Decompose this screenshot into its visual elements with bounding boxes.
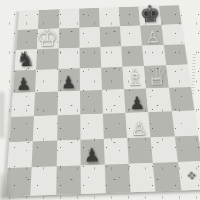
square-d7[interactable]: [79, 27, 100, 48]
square-e2[interactable]: [104, 138, 129, 165]
square-g3[interactable]: [149, 111, 175, 137]
white-bishop-f5[interactable]: ♗: [125, 68, 145, 90]
square-e5[interactable]: [101, 67, 124, 90]
square-f1[interactable]: [129, 163, 156, 192]
square-b4[interactable]: [34, 92, 57, 116]
square-b2[interactable]: [32, 140, 57, 167]
square-g7[interactable]: ♙: [141, 25, 164, 46]
square-c4[interactable]: [57, 91, 80, 115]
board-maker-logo-icon: ❖: [186, 170, 199, 182]
square-a2[interactable]: [8, 141, 33, 168]
square-g5[interactable]: ♕: [144, 66, 168, 89]
photo-corner-smudge: [0, 174, 14, 200]
square-e8[interactable]: [99, 7, 120, 27]
square-e6[interactable]: [100, 46, 122, 68]
square-d1[interactable]: [81, 165, 106, 194]
board-scene: ♚♔♙♞♟♟♗♕♟♙♟❖: [0, 0, 200, 200]
white-king-b7[interactable]: ♔: [37, 25, 59, 49]
square-h3[interactable]: [172, 110, 199, 136]
square-g2[interactable]: [151, 136, 178, 163]
square-h8[interactable]: [159, 5, 182, 25]
square-d8[interactable]: [79, 8, 100, 28]
square-e1[interactable]: [105, 164, 131, 193]
photo-frame: ♚♔♙♞♟♟♗♕♟♙♟❖: [0, 0, 200, 200]
black-pawn-d2[interactable]: ♟: [84, 147, 101, 166]
square-h5[interactable]: [166, 65, 191, 88]
square-c8[interactable]: [59, 9, 79, 29]
black-knight-a6[interactable]: ♞: [16, 50, 35, 71]
white-queen-g5[interactable]: ♕: [145, 63, 168, 89]
square-b5[interactable]: [35, 69, 58, 92]
square-d6[interactable]: [79, 47, 101, 69]
square-a5[interactable]: ♟: [13, 70, 36, 93]
square-c7[interactable]: [58, 28, 79, 49]
chess-board: ♚♔♙♞♟♟♗♕♟♙♟❖: [6, 5, 200, 196]
square-g8[interactable]: ♚: [139, 6, 161, 26]
square-a6[interactable]: ♞: [15, 49, 38, 71]
square-c6[interactable]: [58, 48, 80, 70]
square-g1[interactable]: [153, 162, 181, 191]
square-a4[interactable]: [11, 92, 35, 116]
black-pawn-f4[interactable]: ♟: [129, 95, 145, 113]
black-pawn-c5[interactable]: ♟: [61, 74, 77, 91]
square-c1[interactable]: [56, 166, 81, 195]
square-b1[interactable]: [31, 167, 57, 196]
square-f5[interactable]: ♗: [123, 66, 147, 89]
white-pawn-g7[interactable]: ♙: [145, 29, 160, 46]
square-a7[interactable]: [16, 29, 38, 50]
black-king-g8[interactable]: ♚: [140, 2, 161, 26]
black-pawn-a5[interactable]: ♟: [16, 76, 32, 93]
square-c5[interactable]: ♟: [58, 69, 80, 92]
square-b3[interactable]: [33, 115, 57, 141]
square-d5[interactable]: [80, 68, 102, 91]
square-d3[interactable]: [80, 114, 104, 140]
square-e7[interactable]: [100, 26, 122, 47]
square-d4[interactable]: [80, 90, 103, 114]
square-c2[interactable]: [56, 139, 80, 166]
square-e4[interactable]: [102, 89, 126, 113]
square-b7[interactable]: ♔: [37, 28, 59, 49]
square-h2[interactable]: [175, 135, 200, 162]
square-b6[interactable]: [36, 48, 58, 70]
square-f7[interactable]: [120, 25, 142, 46]
white-pawn-f3[interactable]: ♙: [130, 119, 147, 138]
square-f3[interactable]: ♙: [126, 112, 151, 138]
square-d2[interactable]: ♟: [80, 138, 105, 165]
photo-edge-smudge: [0, 92, 6, 138]
square-f8[interactable]: [119, 7, 141, 27]
square-g4[interactable]: [146, 88, 171, 112]
square-f2[interactable]: [127, 137, 153, 164]
square-c3[interactable]: [57, 114, 81, 140]
square-f4[interactable]: ♟: [124, 88, 148, 112]
square-f6[interactable]: [121, 45, 144, 67]
square-h1[interactable]: ❖: [178, 161, 200, 190]
square-a3[interactable]: [10, 116, 35, 142]
square-e3[interactable]: [103, 113, 127, 139]
square-h7[interactable]: [161, 24, 184, 45]
